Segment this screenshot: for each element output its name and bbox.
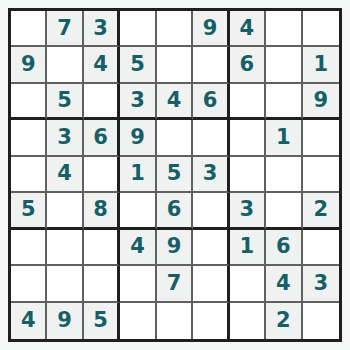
- cell-r3c5: 4: [157, 84, 193, 120]
- cell-r3c4: 3: [120, 84, 156, 120]
- cell-r8c6[interactable]: [193, 266, 229, 302]
- cell-r9c5[interactable]: [157, 303, 193, 339]
- cell-r9c1: 4: [11, 303, 47, 339]
- cell-r4c6[interactable]: [193, 120, 229, 156]
- cell-r8c1[interactable]: [11, 266, 47, 302]
- cell-r2c2[interactable]: [47, 47, 83, 83]
- page: 73949456153469369141535863249167434952: [0, 0, 350, 350]
- cell-r4c4: 9: [120, 120, 156, 156]
- cell-r2c5[interactable]: [157, 47, 193, 83]
- cell-r5c5: 5: [157, 157, 193, 193]
- cell-r6c2[interactable]: [47, 193, 83, 229]
- cell-r1c8[interactable]: [266, 11, 302, 47]
- cell-r8c5: 7: [157, 266, 193, 302]
- cell-r2c7: 6: [230, 47, 266, 83]
- cell-r6c7: 3: [230, 193, 266, 229]
- cell-r4c8: 1: [266, 120, 302, 156]
- cell-r2c3: 4: [84, 47, 120, 83]
- cell-r5c8[interactable]: [266, 157, 302, 193]
- cell-r5c9[interactable]: [303, 157, 339, 193]
- cell-r8c3[interactable]: [84, 266, 120, 302]
- cell-r3c1[interactable]: [11, 84, 47, 120]
- cell-r7c4: 4: [120, 230, 156, 266]
- cell-r7c6[interactable]: [193, 230, 229, 266]
- cell-r9c7[interactable]: [230, 303, 266, 339]
- cell-r1c4[interactable]: [120, 11, 156, 47]
- cell-r7c2[interactable]: [47, 230, 83, 266]
- cell-r4c7[interactable]: [230, 120, 266, 156]
- cell-r5c3[interactable]: [84, 157, 120, 193]
- cell-r4c3: 6: [84, 120, 120, 156]
- cell-r8c2[interactable]: [47, 266, 83, 302]
- cell-r2c9: 1: [303, 47, 339, 83]
- cell-r8c7[interactable]: [230, 266, 266, 302]
- cell-r6c9: 2: [303, 193, 339, 229]
- cell-r7c5: 9: [157, 230, 193, 266]
- cell-r9c2: 9: [47, 303, 83, 339]
- sudoku-board: 73949456153469369141535863249167434952: [8, 8, 342, 342]
- cell-r9c8: 2: [266, 303, 302, 339]
- cell-r1c5[interactable]: [157, 11, 193, 47]
- cell-r9c3: 5: [84, 303, 120, 339]
- cell-r9c9[interactable]: [303, 303, 339, 339]
- cell-r7c7: 1: [230, 230, 266, 266]
- cell-r3c7[interactable]: [230, 84, 266, 120]
- cell-r5c4: 1: [120, 157, 156, 193]
- cell-r4c2: 3: [47, 120, 83, 156]
- cell-r2c8[interactable]: [266, 47, 302, 83]
- cell-r3c2: 5: [47, 84, 83, 120]
- cell-r8c4[interactable]: [120, 266, 156, 302]
- cell-r2c1: 9: [11, 47, 47, 83]
- cell-r5c1[interactable]: [11, 157, 47, 193]
- cell-r7c8: 6: [266, 230, 302, 266]
- cell-r6c5: 6: [157, 193, 193, 229]
- cell-r3c3[interactable]: [84, 84, 120, 120]
- cell-r4c1[interactable]: [11, 120, 47, 156]
- cell-r9c4[interactable]: [120, 303, 156, 339]
- cell-r3c6: 6: [193, 84, 229, 120]
- cell-r5c7[interactable]: [230, 157, 266, 193]
- cell-r1c2: 7: [47, 11, 83, 47]
- cell-r4c9[interactable]: [303, 120, 339, 156]
- cell-r1c3: 3: [84, 11, 120, 47]
- cell-r1c9[interactable]: [303, 11, 339, 47]
- cell-r6c1: 5: [11, 193, 47, 229]
- cell-r5c2: 4: [47, 157, 83, 193]
- cell-r8c9: 3: [303, 266, 339, 302]
- cell-r2c6[interactable]: [193, 47, 229, 83]
- cell-r1c6: 9: [193, 11, 229, 47]
- cell-r7c3[interactable]: [84, 230, 120, 266]
- cell-r7c1[interactable]: [11, 230, 47, 266]
- cell-r3c8[interactable]: [266, 84, 302, 120]
- cell-r1c1[interactable]: [11, 11, 47, 47]
- cell-r6c8[interactable]: [266, 193, 302, 229]
- cell-r4c5[interactable]: [157, 120, 193, 156]
- cell-r6c4[interactable]: [120, 193, 156, 229]
- cell-r6c6[interactable]: [193, 193, 229, 229]
- cell-r8c8: 4: [266, 266, 302, 302]
- cell-r9c6[interactable]: [193, 303, 229, 339]
- cell-r2c4: 5: [120, 47, 156, 83]
- cell-r5c6: 3: [193, 157, 229, 193]
- cell-r3c9: 9: [303, 84, 339, 120]
- cell-r1c7: 4: [230, 11, 266, 47]
- cell-r6c3: 8: [84, 193, 120, 229]
- cell-r7c9[interactable]: [303, 230, 339, 266]
